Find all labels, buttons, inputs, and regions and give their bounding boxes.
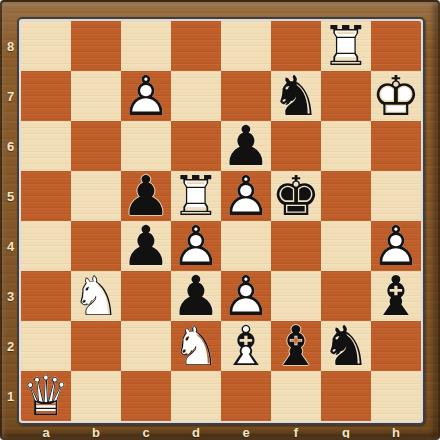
square-d5[interactable]: ♜♖ — [171, 171, 221, 221]
white-knight[interactable]: ♞♘ — [71, 271, 121, 321]
black-knight[interactable]: ♞ — [321, 321, 371, 371]
white-pawn[interactable]: ♟♙ — [171, 221, 221, 271]
white-knight[interactable]: ♞♘ — [171, 321, 221, 371]
square-f2[interactable]: ♝ — [271, 321, 321, 371]
white-pawn[interactable]: ♟♙ — [121, 71, 171, 121]
square-c4[interactable]: ♟ — [121, 221, 171, 271]
black-bishop[interactable]: ♝ — [271, 321, 321, 371]
square-e3[interactable]: ♟♙ — [221, 271, 271, 321]
square-f6[interactable] — [271, 121, 321, 171]
black-pawn[interactable]: ♟ — [171, 271, 221, 321]
file-label-d: d — [171, 425, 221, 440]
black-knight[interactable]: ♞ — [271, 71, 321, 121]
file-label-a: a — [21, 425, 71, 440]
square-e4[interactable] — [221, 221, 271, 271]
file-labels: abcdefgh — [21, 425, 421, 440]
square-b7[interactable] — [71, 71, 121, 121]
square-h5[interactable] — [371, 171, 421, 221]
square-c6[interactable] — [121, 121, 171, 171]
square-e8[interactable] — [221, 21, 271, 71]
square-g3[interactable] — [321, 271, 371, 321]
square-d1[interactable] — [171, 371, 221, 421]
square-e2[interactable]: ♝♗ — [221, 321, 271, 371]
square-a3[interactable] — [21, 271, 71, 321]
square-g4[interactable] — [321, 221, 371, 271]
square-c7[interactable]: ♟♙ — [121, 71, 171, 121]
square-a5[interactable] — [21, 171, 71, 221]
file-label-b: b — [71, 425, 121, 440]
square-d8[interactable] — [171, 21, 221, 71]
file-label-e: e — [221, 425, 271, 440]
square-f4[interactable] — [271, 221, 321, 271]
board-border: ♜♖♟♙♞♚♔♟♟♜♖♟♙♚♟♟♙♟♙♞♘♟♟♙♝♞♘♝♗♝♞♛♕ — [17, 17, 425, 425]
black-pawn[interactable]: ♟ — [221, 121, 271, 171]
file-label-g: g — [321, 425, 371, 440]
white-pawn[interactable]: ♟♙ — [221, 271, 271, 321]
square-b8[interactable] — [71, 21, 121, 71]
square-h8[interactable] — [371, 21, 421, 71]
black-pawn[interactable]: ♟ — [121, 171, 171, 221]
rank-label-5: 5 — [2, 171, 17, 221]
black-pawn[interactable]: ♟ — [121, 221, 171, 271]
square-f5[interactable]: ♚ — [271, 171, 321, 221]
square-c5[interactable]: ♟ — [121, 171, 171, 221]
rank-label-8: 8 — [2, 21, 17, 71]
square-d7[interactable] — [171, 71, 221, 121]
square-g7[interactable] — [321, 71, 371, 121]
square-b1[interactable] — [71, 371, 121, 421]
square-d6[interactable] — [171, 121, 221, 171]
white-queen[interactable]: ♛♕ — [21, 371, 71, 421]
rank-labels: 87654321 — [2, 21, 17, 421]
square-e1[interactable] — [221, 371, 271, 421]
white-rook[interactable]: ♜♖ — [321, 21, 371, 71]
square-c3[interactable] — [121, 271, 171, 321]
rank-label-4: 4 — [2, 221, 17, 271]
square-h2[interactable] — [371, 321, 421, 371]
square-d2[interactable]: ♞♘ — [171, 321, 221, 371]
white-bishop[interactable]: ♝♗ — [221, 321, 271, 371]
square-g2[interactable]: ♞ — [321, 321, 371, 371]
white-rook[interactable]: ♜♖ — [171, 171, 221, 221]
square-f8[interactable] — [271, 21, 321, 71]
square-f3[interactable] — [271, 271, 321, 321]
white-pawn[interactable]: ♟♙ — [221, 171, 271, 221]
black-bishop[interactable]: ♝ — [371, 271, 421, 321]
square-e7[interactable] — [221, 71, 271, 121]
black-king[interactable]: ♚ — [271, 171, 321, 221]
square-a7[interactable] — [21, 71, 71, 121]
square-a8[interactable] — [21, 21, 71, 71]
square-b2[interactable] — [71, 321, 121, 371]
rank-label-7: 7 — [2, 71, 17, 121]
square-h4[interactable]: ♟♙ — [371, 221, 421, 271]
white-king[interactable]: ♚♔ — [371, 71, 421, 121]
square-b3[interactable]: ♞♘ — [71, 271, 121, 321]
file-label-f: f — [271, 425, 321, 440]
square-a2[interactable] — [21, 321, 71, 371]
file-label-c: c — [121, 425, 171, 440]
square-h3[interactable]: ♝ — [371, 271, 421, 321]
square-e5[interactable]: ♟♙ — [221, 171, 271, 221]
square-c8[interactable] — [121, 21, 171, 71]
square-c2[interactable] — [121, 321, 171, 371]
square-d4[interactable]: ♟♙ — [171, 221, 221, 271]
square-f7[interactable]: ♞ — [271, 71, 321, 121]
rank-label-1: 1 — [2, 371, 17, 421]
chess-board: ♜♖♟♙♞♚♔♟♟♜♖♟♙♚♟♟♙♟♙♞♘♟♟♙♝♞♘♝♗♝♞♛♕ — [21, 21, 421, 421]
square-b6[interactable] — [71, 121, 121, 171]
square-e6[interactable]: ♟ — [221, 121, 271, 171]
chessboard-app: 87654321 abcdefgh ♜♖♟♙♞♚♔♟♟♜♖♟♙♚♟♟♙♟♙♞♘♟… — [0, 0, 440, 440]
square-c1[interactable] — [121, 371, 171, 421]
square-d3[interactable]: ♟ — [171, 271, 221, 321]
rank-label-6: 6 — [2, 121, 17, 171]
square-g6[interactable] — [321, 121, 371, 171]
square-a6[interactable] — [21, 121, 71, 171]
rank-label-3: 3 — [2, 271, 17, 321]
square-b5[interactable] — [71, 171, 121, 221]
square-g8[interactable]: ♜♖ — [321, 21, 371, 71]
file-label-h: h — [371, 425, 421, 440]
rank-label-2: 2 — [2, 321, 17, 371]
square-g1[interactable] — [321, 371, 371, 421]
square-h1[interactable] — [371, 371, 421, 421]
square-a4[interactable] — [21, 221, 71, 271]
square-f1[interactable] — [271, 371, 321, 421]
square-g5[interactable] — [321, 171, 371, 221]
square-h7[interactable]: ♚♔ — [371, 71, 421, 121]
square-a1[interactable]: ♛♕ — [21, 371, 71, 421]
square-b4[interactable] — [71, 221, 121, 271]
square-h6[interactable] — [371, 121, 421, 171]
white-pawn[interactable]: ♟♙ — [371, 221, 421, 271]
